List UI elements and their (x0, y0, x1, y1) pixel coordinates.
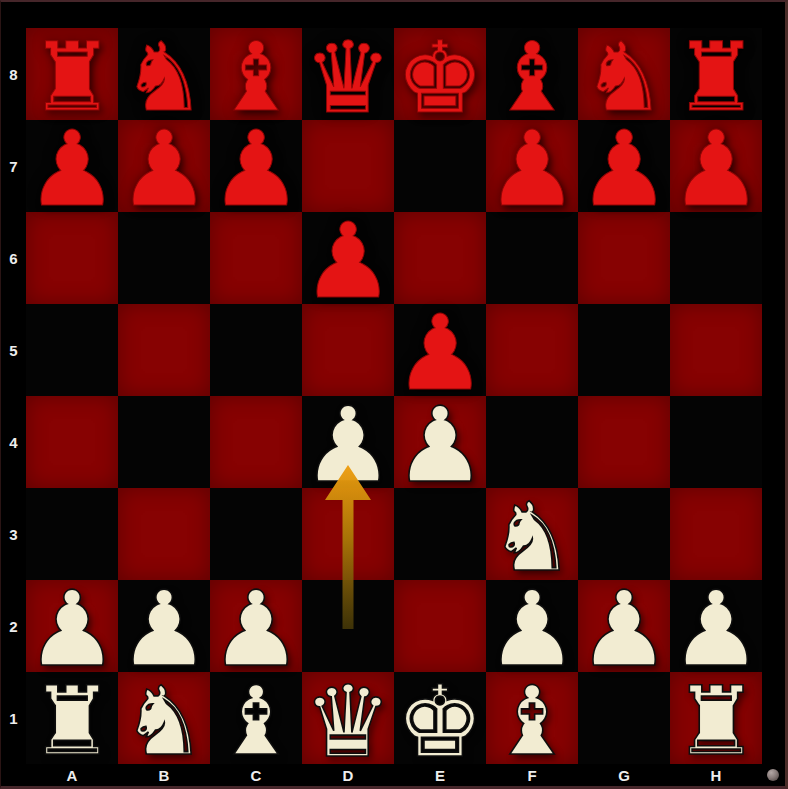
square-d8[interactable]: ♛ (302, 28, 394, 120)
red-pawn-icon[interactable]: ♟ (669, 117, 762, 221)
red-pawn-icon[interactable]: ♟ (577, 117, 670, 221)
white-bishop-icon[interactable]: ♝ (489, 674, 574, 769)
square-h3[interactable] (670, 488, 762, 580)
square-c1[interactable]: ♝ (210, 672, 302, 764)
square-d6[interactable]: ♟ (302, 212, 394, 304)
red-queen-icon[interactable]: ♛ (304, 28, 393, 127)
square-h4[interactable] (670, 396, 762, 488)
square-f7[interactable]: ♟ (486, 120, 578, 212)
square-e5[interactable]: ♟ (394, 304, 486, 396)
square-h7[interactable]: ♟ (670, 120, 762, 212)
file-label-g: G (578, 762, 670, 788)
white-pawn-icon[interactable]: ♟ (577, 577, 670, 681)
square-a7[interactable]: ♟ (26, 120, 118, 212)
square-h8[interactable]: ♜ (670, 28, 762, 120)
square-b4[interactable] (118, 396, 210, 488)
red-pawn-icon[interactable]: ♟ (25, 117, 118, 221)
square-d4[interactable]: ♟ (302, 396, 394, 488)
square-h1[interactable]: ♜ (670, 672, 762, 764)
red-pawn-icon[interactable]: ♟ (485, 117, 578, 221)
square-e6[interactable] (394, 212, 486, 304)
square-a8[interactable]: ♜ (26, 28, 118, 120)
white-rook-icon[interactable]: ♜ (29, 674, 114, 769)
square-e1[interactable]: ♚ (394, 672, 486, 764)
square-g7[interactable]: ♟ (578, 120, 670, 212)
square-b5[interactable] (118, 304, 210, 396)
white-king-icon[interactable]: ♚ (396, 672, 485, 771)
square-d2[interactable] (302, 580, 394, 672)
square-e4[interactable]: ♟ (394, 396, 486, 488)
square-a5[interactable] (26, 304, 118, 396)
square-f1[interactable]: ♝ (486, 672, 578, 764)
rank-label-8: 8 (1, 28, 26, 120)
square-a4[interactable] (26, 396, 118, 488)
white-bishop-icon[interactable]: ♝ (213, 674, 298, 769)
rank-label-5: 5 (1, 304, 26, 396)
square-e8[interactable]: ♚ (394, 28, 486, 120)
white-pawn-icon[interactable]: ♟ (301, 393, 394, 497)
square-f8[interactable]: ♝ (486, 28, 578, 120)
square-a2[interactable]: ♟ (26, 580, 118, 672)
square-h5[interactable] (670, 304, 762, 396)
rank-label-3: 3 (1, 488, 26, 580)
chess-board: ♜♞♝♛♚♝♞♜♟♟♟♟♟♟♟♟♟♟♞♟♟♟♟♟♟♜♞♝♛♚♝♜ (26, 28, 762, 764)
rank-labels: 8 7 6 5 4 3 2 1 (1, 28, 26, 764)
square-g2[interactable]: ♟ (578, 580, 670, 672)
square-b8[interactable]: ♞ (118, 28, 210, 120)
red-pawn-icon[interactable]: ♟ (301, 209, 394, 313)
white-knight-icon[interactable]: ♞ (121, 674, 206, 769)
white-pawn-icon[interactable]: ♟ (393, 393, 486, 497)
square-e2[interactable] (394, 580, 486, 672)
square-a1[interactable]: ♜ (26, 672, 118, 764)
red-pawn-icon[interactable]: ♟ (117, 117, 210, 221)
white-queen-icon[interactable]: ♛ (304, 672, 393, 771)
red-pawn-icon[interactable]: ♟ (209, 117, 302, 221)
rank-label-7: 7 (1, 120, 26, 212)
square-b1[interactable]: ♞ (118, 672, 210, 764)
rank-label-2: 2 (1, 580, 26, 672)
square-b3[interactable] (118, 488, 210, 580)
square-c3[interactable] (210, 488, 302, 580)
square-d1[interactable]: ♛ (302, 672, 394, 764)
square-a3[interactable] (26, 488, 118, 580)
square-c8[interactable]: ♝ (210, 28, 302, 120)
corner-indicator-dot (767, 769, 779, 781)
white-rook-icon[interactable]: ♜ (673, 674, 758, 769)
square-g4[interactable] (578, 396, 670, 488)
square-f3[interactable]: ♞ (486, 488, 578, 580)
square-g3[interactable] (578, 488, 670, 580)
square-f2[interactable]: ♟ (486, 580, 578, 672)
rank-label-1: 1 (1, 672, 26, 764)
square-g5[interactable] (578, 304, 670, 396)
square-c2[interactable]: ♟ (210, 580, 302, 672)
square-h2[interactable]: ♟ (670, 580, 762, 672)
square-c7[interactable]: ♟ (210, 120, 302, 212)
square-f5[interactable] (486, 304, 578, 396)
square-g8[interactable]: ♞ (578, 28, 670, 120)
square-b2[interactable]: ♟ (118, 580, 210, 672)
square-c4[interactable] (210, 396, 302, 488)
rank-label-6: 6 (1, 212, 26, 304)
chess-app-window: ♜♞♝♛♚♝♞♜♟♟♟♟♟♟♟♟♟♟♞♟♟♟♟♟♟♜♞♝♛♚♝♜ 8 7 6 5… (0, 0, 788, 789)
red-king-icon[interactable]: ♚ (396, 28, 485, 127)
square-b7[interactable]: ♟ (118, 120, 210, 212)
square-f4[interactable] (486, 396, 578, 488)
square-c5[interactable] (210, 304, 302, 396)
rank-label-4: 4 (1, 396, 26, 488)
